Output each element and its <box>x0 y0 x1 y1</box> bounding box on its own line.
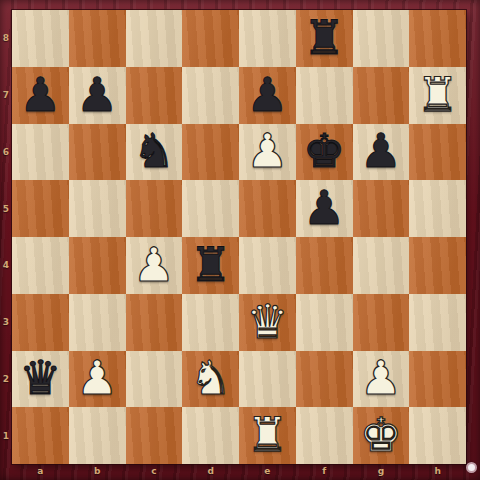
square-h6[interactable] <box>409 124 466 181</box>
square-f7[interactable] <box>296 67 353 124</box>
white-pawn[interactable]: ♟ <box>360 354 402 401</box>
square-c1[interactable] <box>126 407 183 464</box>
rank-label-1: 1 <box>0 407 12 464</box>
square-c2[interactable] <box>126 351 183 408</box>
file-label-b: b <box>69 464 126 480</box>
square-a7[interactable]: ♟ <box>12 67 69 124</box>
square-h2[interactable] <box>409 351 466 408</box>
black-pawn[interactable]: ♟ <box>303 184 345 231</box>
rank-label-2: 2 <box>0 351 12 408</box>
square-a3[interactable] <box>12 294 69 351</box>
square-g1[interactable]: ♚ <box>353 407 410 464</box>
square-b2[interactable]: ♟ <box>69 351 126 408</box>
square-h1[interactable] <box>409 407 466 464</box>
square-d7[interactable] <box>182 67 239 124</box>
square-a8[interactable] <box>12 10 69 67</box>
square-e7[interactable]: ♟ <box>239 67 296 124</box>
file-label-h: h <box>409 464 466 480</box>
square-b3[interactable] <box>69 294 126 351</box>
square-e1[interactable]: ♜ <box>239 407 296 464</box>
black-rook[interactable]: ♜ <box>303 14 345 61</box>
square-e8[interactable] <box>239 10 296 67</box>
square-d5[interactable] <box>182 180 239 237</box>
square-d2[interactable]: ♞ <box>182 351 239 408</box>
rank-label-7: 7 <box>0 67 12 124</box>
square-c5[interactable] <box>126 180 183 237</box>
square-b1[interactable] <box>69 407 126 464</box>
square-a4[interactable] <box>12 237 69 294</box>
square-g6[interactable]: ♟ <box>353 124 410 181</box>
black-pawn[interactable]: ♟ <box>76 71 118 118</box>
square-a6[interactable] <box>12 124 69 181</box>
square-c4[interactable]: ♟ <box>126 237 183 294</box>
square-h4[interactable] <box>409 237 466 294</box>
black-queen[interactable]: ♛ <box>19 354 61 401</box>
chess-board: ♜♟♟♟♜♞♟♚♟♟♟♜♛♛♟♞♟♜♚ <box>12 10 466 464</box>
file-label-e: e <box>239 464 296 480</box>
square-b8[interactable] <box>69 10 126 67</box>
black-pawn[interactable]: ♟ <box>19 71 61 118</box>
square-d4[interactable]: ♜ <box>182 237 239 294</box>
square-h3[interactable] <box>409 294 466 351</box>
square-g2[interactable]: ♟ <box>353 351 410 408</box>
square-c8[interactable] <box>126 10 183 67</box>
square-g5[interactable] <box>353 180 410 237</box>
white-rook[interactable]: ♜ <box>417 71 459 118</box>
file-label-f: f <box>296 464 353 480</box>
white-knight[interactable]: ♞ <box>190 354 232 401</box>
square-a2[interactable]: ♛ <box>12 351 69 408</box>
square-f4[interactable] <box>296 237 353 294</box>
square-c6[interactable]: ♞ <box>126 124 183 181</box>
square-c7[interactable] <box>126 67 183 124</box>
square-d6[interactable] <box>182 124 239 181</box>
square-e3[interactable]: ♛ <box>239 294 296 351</box>
square-g7[interactable] <box>353 67 410 124</box>
file-label-a: a <box>12 464 69 480</box>
white-to-move-indicator <box>466 462 477 473</box>
square-b4[interactable] <box>69 237 126 294</box>
square-b5[interactable] <box>69 180 126 237</box>
rank-label-4: 4 <box>0 237 12 294</box>
file-label-d: d <box>182 464 239 480</box>
black-pawn[interactable]: ♟ <box>246 71 288 118</box>
file-label-g: g <box>353 464 410 480</box>
square-f1[interactable] <box>296 407 353 464</box>
square-g3[interactable] <box>353 294 410 351</box>
square-c3[interactable] <box>126 294 183 351</box>
square-d3[interactable] <box>182 294 239 351</box>
black-knight[interactable]: ♞ <box>133 127 175 174</box>
square-h7[interactable]: ♜ <box>409 67 466 124</box>
square-f6[interactable]: ♚ <box>296 124 353 181</box>
square-d8[interactable] <box>182 10 239 67</box>
black-rook[interactable]: ♜ <box>190 241 232 288</box>
file-label-c: c <box>126 464 183 480</box>
square-f5[interactable]: ♟ <box>296 180 353 237</box>
square-f2[interactable] <box>296 351 353 408</box>
rank-label-6: 6 <box>0 124 12 181</box>
square-b7[interactable]: ♟ <box>69 67 126 124</box>
white-pawn[interactable]: ♟ <box>76 354 118 401</box>
square-d1[interactable] <box>182 407 239 464</box>
square-a5[interactable] <box>12 180 69 237</box>
square-g4[interactable] <box>353 237 410 294</box>
white-rook[interactable]: ♜ <box>246 411 288 458</box>
square-h5[interactable] <box>409 180 466 237</box>
square-e4[interactable] <box>239 237 296 294</box>
white-king[interactable]: ♚ <box>360 411 402 458</box>
board-frame: ♜♟♟♟♜♞♟♚♟♟♟♜♛♛♟♞♟♜♚ 87654321 abcdefgh <box>0 0 480 480</box>
rank-label-5: 5 <box>0 180 12 237</box>
square-h8[interactable] <box>409 10 466 67</box>
white-pawn[interactable]: ♟ <box>133 241 175 288</box>
square-f3[interactable] <box>296 294 353 351</box>
rank-label-8: 8 <box>0 10 12 67</box>
white-queen[interactable]: ♛ <box>246 298 288 345</box>
black-pawn[interactable]: ♟ <box>360 127 402 174</box>
white-pawn[interactable]: ♟ <box>246 127 288 174</box>
square-e6[interactable]: ♟ <box>239 124 296 181</box>
square-b6[interactable] <box>69 124 126 181</box>
square-e2[interactable] <box>239 351 296 408</box>
square-g8[interactable] <box>353 10 410 67</box>
square-a1[interactable] <box>12 407 69 464</box>
rank-label-3: 3 <box>0 294 12 351</box>
square-f8[interactable]: ♜ <box>296 10 353 67</box>
square-e5[interactable] <box>239 180 296 237</box>
black-king[interactable]: ♚ <box>303 127 345 174</box>
